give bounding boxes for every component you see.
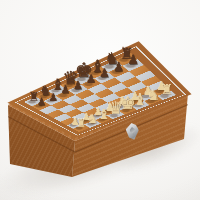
black-pawn: ♟ bbox=[60, 86, 70, 97]
black-pawn: ♟ bbox=[99, 67, 110, 79]
pieces-layer: ♜♞♝♛♚♝♞♜♟♟♟♟♟♟♟♟♟♟♟♟♟♟♟♟♜♞♝♛♚♝♞♜ bbox=[0, 0, 200, 200]
scene: ♜♞♝♛♚♝♞♜♟♟♟♟♟♟♟♟♟♟♟♟♟♟♟♟♜♞♝♛♚♝♞♜ bbox=[0, 0, 200, 200]
white-queen: ♛ bbox=[108, 101, 123, 117]
white-knight: ♞ bbox=[147, 88, 160, 103]
white-rook: ♜ bbox=[77, 119, 87, 130]
black-pawn: ♟ bbox=[86, 74, 97, 86]
black-pawn: ♟ bbox=[127, 54, 139, 67]
white-bishop: ♝ bbox=[98, 107, 110, 121]
black-pawn: ♟ bbox=[73, 80, 83, 91]
white-knight: ♞ bbox=[87, 113, 98, 126]
black-pawn: ♟ bbox=[37, 97, 46, 107]
black-pawn: ♟ bbox=[48, 91, 57, 102]
white-rook: ♜ bbox=[161, 84, 173, 97]
black-pawn: ♟ bbox=[113, 61, 124, 74]
